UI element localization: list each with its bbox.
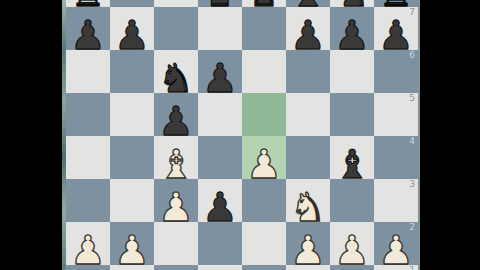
square-c2[interactable] bbox=[154, 222, 198, 265]
square-h8[interactable]: ♜ bbox=[374, 0, 418, 7]
square-a6[interactable] bbox=[66, 50, 110, 93]
square-f5[interactable] bbox=[286, 93, 330, 136]
left-letterbox-bar bbox=[0, 0, 62, 270]
square-e4[interactable]: ♟ bbox=[242, 136, 286, 179]
black-bishop[interactable]: ♝ bbox=[334, 144, 370, 184]
square-e8[interactable]: ♚ bbox=[242, 0, 286, 7]
white-bishop[interactable]: ♝ bbox=[158, 144, 194, 184]
rank-label-6: 6 bbox=[409, 51, 415, 60]
square-e1[interactable]: ♚ bbox=[242, 265, 286, 270]
square-d2[interactable] bbox=[198, 222, 242, 265]
square-g6[interactable] bbox=[330, 50, 374, 93]
square-c1[interactable]: ♝ bbox=[154, 265, 198, 270]
square-c6[interactable]: ♞ bbox=[154, 50, 198, 93]
square-f3[interactable]: ♞ bbox=[286, 179, 330, 222]
white-knight[interactable]: ♞ bbox=[290, 187, 326, 227]
square-f4[interactable] bbox=[286, 136, 330, 179]
square-b3[interactable] bbox=[110, 179, 154, 222]
square-g8[interactable]: ♞ bbox=[330, 0, 374, 7]
square-f7[interactable]: ♟ bbox=[286, 7, 330, 50]
rank-label-3: 3 bbox=[409, 180, 415, 189]
square-a1[interactable]: ♜ bbox=[66, 265, 110, 270]
white-pawn[interactable]: ♟ bbox=[290, 230, 326, 270]
square-d1[interactable]: ♛ bbox=[198, 265, 242, 270]
square-b1[interactable]: ♞ bbox=[110, 265, 154, 270]
rank-label-5: 5 bbox=[409, 94, 415, 103]
black-pawn[interactable]: ♟ bbox=[290, 15, 326, 55]
square-e3[interactable] bbox=[242, 179, 286, 222]
square-c5[interactable]: ♟ bbox=[154, 93, 198, 136]
square-b2[interactable]: ♟ bbox=[110, 222, 154, 265]
white-pawn[interactable]: ♟ bbox=[70, 230, 106, 270]
black-pawn[interactable]: ♟ bbox=[378, 15, 414, 55]
square-f6[interactable] bbox=[286, 50, 330, 93]
square-d3[interactable]: ♟ bbox=[198, 179, 242, 222]
square-g5[interactable] bbox=[330, 93, 374, 136]
square-f1[interactable] bbox=[286, 265, 330, 270]
black-knight[interactable]: ♞ bbox=[158, 58, 194, 98]
square-h2[interactable]: ♟2 bbox=[374, 222, 418, 265]
square-f2[interactable]: ♟ bbox=[286, 222, 330, 265]
white-pawn[interactable]: ♟ bbox=[246, 144, 282, 184]
square-b7[interactable]: ♟ bbox=[110, 7, 154, 50]
square-a2[interactable]: ♟ bbox=[66, 222, 110, 265]
square-e5[interactable] bbox=[242, 93, 286, 136]
square-c4[interactable]: ♝ bbox=[154, 136, 198, 179]
square-h3[interactable]: 3 bbox=[374, 179, 418, 222]
square-h4[interactable]: 4 bbox=[374, 136, 418, 179]
black-pawn[interactable]: ♟ bbox=[158, 101, 194, 141]
square-g4[interactable]: ♝ bbox=[330, 136, 374, 179]
square-g1[interactable] bbox=[330, 265, 374, 270]
black-pawn[interactable]: ♟ bbox=[70, 15, 106, 55]
square-b8[interactable] bbox=[110, 0, 154, 7]
square-g7[interactable]: ♟ bbox=[330, 7, 374, 50]
black-pawn[interactable]: ♟ bbox=[202, 187, 238, 227]
square-c7[interactable] bbox=[154, 7, 198, 50]
square-g3[interactable] bbox=[330, 179, 374, 222]
black-pawn[interactable]: ♟ bbox=[334, 15, 370, 55]
square-a4[interactable] bbox=[66, 136, 110, 179]
video-frame: ♜♛♚♝♞♜♟♟♟♟♟7♞♟6♟5♝♟♝4♟♟♞3♟♟♟♟♟2♜♞♝♛♚♜1 bbox=[0, 0, 480, 270]
square-a5[interactable] bbox=[66, 93, 110, 136]
square-h5[interactable]: 5 bbox=[374, 93, 418, 136]
square-d6[interactable]: ♟ bbox=[198, 50, 242, 93]
square-d4[interactable] bbox=[198, 136, 242, 179]
square-a7[interactable]: ♟ bbox=[66, 7, 110, 50]
square-h1[interactable]: ♜1 bbox=[374, 265, 418, 270]
black-pawn[interactable]: ♟ bbox=[202, 58, 238, 98]
rank-label-4: 4 bbox=[409, 137, 415, 146]
square-f8[interactable]: ♝ bbox=[286, 0, 330, 7]
square-h7[interactable]: ♟7 bbox=[374, 7, 418, 50]
chess-board[interactable]: ♜♛♚♝♞♜♟♟♟♟♟7♞♟6♟5♝♟♝4♟♟♞3♟♟♟♟♟2♜♞♝♛♚♜1 bbox=[66, 0, 418, 270]
square-e6[interactable] bbox=[242, 50, 286, 93]
square-e7[interactable] bbox=[242, 7, 286, 50]
square-b4[interactable] bbox=[110, 136, 154, 179]
square-a3[interactable] bbox=[66, 179, 110, 222]
square-c3[interactable]: ♟ bbox=[154, 179, 198, 222]
square-d8[interactable]: ♛ bbox=[198, 0, 242, 7]
square-g2[interactable]: ♟ bbox=[330, 222, 374, 265]
square-e2[interactable] bbox=[242, 222, 286, 265]
white-pawn[interactable]: ♟ bbox=[158, 187, 194, 227]
white-pawn[interactable]: ♟ bbox=[114, 230, 150, 270]
square-h6[interactable]: 6 bbox=[374, 50, 418, 93]
white-pawn[interactable]: ♟ bbox=[378, 230, 414, 270]
square-d5[interactable] bbox=[198, 93, 242, 136]
black-pawn[interactable]: ♟ bbox=[114, 15, 150, 55]
square-b5[interactable] bbox=[110, 93, 154, 136]
square-b6[interactable] bbox=[110, 50, 154, 93]
right-letterbox-bar bbox=[420, 0, 480, 270]
square-d7[interactable] bbox=[198, 7, 242, 50]
square-a8[interactable]: ♜ bbox=[66, 0, 110, 7]
white-pawn[interactable]: ♟ bbox=[334, 230, 370, 270]
square-c8[interactable] bbox=[154, 0, 198, 7]
